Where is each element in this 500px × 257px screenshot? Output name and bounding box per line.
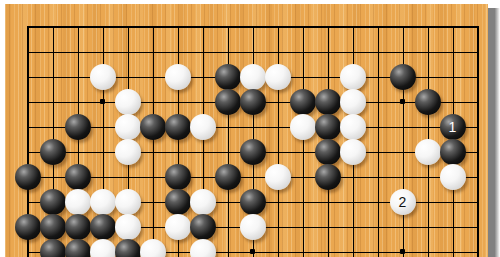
black-stone-C10	[65, 239, 91, 257]
intersection-Q12: 2	[390, 189, 415, 214]
intersection-J16	[215, 89, 240, 114]
black-stone-R16	[415, 89, 441, 115]
intersection-C11	[65, 214, 90, 239]
intersection-K14	[240, 139, 265, 164]
intersection-R19	[415, 14, 440, 39]
move-number-label: 2	[399, 195, 407, 209]
white-stone-H10	[190, 239, 216, 257]
intersection-B16	[40, 89, 65, 114]
intersection-A17	[15, 64, 40, 89]
intersection-G14	[165, 139, 190, 164]
intersection-G17	[165, 64, 190, 89]
intersection-L15	[265, 114, 290, 139]
white-stone-E15	[115, 114, 141, 140]
intersection-G18	[165, 39, 190, 64]
intersection-H19	[190, 14, 215, 39]
intersection-O14	[340, 139, 365, 164]
intersection-L10	[265, 239, 290, 257]
black-stone-A11	[15, 214, 41, 240]
star-point-D16	[100, 99, 105, 104]
black-stone-K12	[240, 189, 266, 215]
intersection-C10	[65, 239, 90, 257]
intersection-J15	[215, 114, 240, 139]
intersection-M11	[290, 214, 315, 239]
intersection-J13	[215, 164, 240, 189]
white-stone-G11	[165, 214, 191, 240]
white-stone-Q12-move-2: 2	[390, 189, 416, 215]
white-stone-S13	[440, 164, 466, 190]
white-stone-D12	[90, 189, 116, 215]
intersection-T12	[465, 189, 490, 214]
white-stone-E12	[115, 189, 141, 215]
white-stone-E16	[115, 89, 141, 115]
intersection-T15	[465, 114, 490, 139]
white-stone-O17	[340, 64, 366, 90]
intersection-A13	[15, 164, 40, 189]
star-point-Q16	[400, 99, 405, 104]
intersection-G15	[165, 114, 190, 139]
move-number-label: 1	[449, 120, 457, 134]
intersection-C15	[65, 114, 90, 139]
black-stone-B11	[40, 214, 66, 240]
intersection-O11	[340, 214, 365, 239]
intersection-D16	[90, 89, 115, 114]
intersection-T19	[465, 14, 490, 39]
intersection-O18	[340, 39, 365, 64]
intersection-H15	[190, 114, 215, 139]
intersection-K12	[240, 189, 265, 214]
intersection-J10	[215, 239, 240, 257]
intersection-D13	[90, 164, 115, 189]
intersection-R16	[415, 89, 440, 114]
intersection-R10	[415, 239, 440, 257]
intersection-H11	[190, 214, 215, 239]
black-stone-N13	[315, 164, 341, 190]
intersection-J11	[215, 214, 240, 239]
intersection-A15	[15, 114, 40, 139]
intersection-K17	[240, 64, 265, 89]
intersection-S13	[440, 164, 465, 189]
intersection-J17	[215, 64, 240, 89]
intersection-E17	[115, 64, 140, 89]
intersection-A10	[15, 239, 40, 257]
intersection-K11	[240, 214, 265, 239]
intersection-B10	[40, 239, 65, 257]
black-stone-E10	[115, 239, 141, 257]
intersection-R11	[415, 214, 440, 239]
intersection-O16	[340, 89, 365, 114]
intersection-C17	[65, 64, 90, 89]
black-stone-M16	[290, 89, 316, 115]
intersection-L18	[265, 39, 290, 64]
intersection-G11	[165, 214, 190, 239]
intersection-D14	[90, 139, 115, 164]
white-stone-L17	[265, 64, 291, 90]
intersection-Q16	[390, 89, 415, 114]
intersection-B17	[40, 64, 65, 89]
black-stone-N14	[315, 139, 341, 165]
black-stone-C15	[65, 114, 91, 140]
white-stone-L13	[265, 164, 291, 190]
intersection-H14	[190, 139, 215, 164]
intersection-R17	[415, 64, 440, 89]
intersection-M15	[290, 114, 315, 139]
intersection-T17	[465, 64, 490, 89]
intersection-A16	[15, 89, 40, 114]
intersection-C13	[65, 164, 90, 189]
intersection-S14	[440, 139, 465, 164]
intersection-Q19	[390, 14, 415, 39]
intersection-D10	[90, 239, 115, 257]
intersection-K19	[240, 14, 265, 39]
intersection-D11	[90, 214, 115, 239]
intersection-P15	[365, 114, 390, 139]
intersection-P18	[365, 39, 390, 64]
black-stone-K14	[240, 139, 266, 165]
intersection-D17	[90, 64, 115, 89]
intersection-D19	[90, 14, 115, 39]
intersection-E18	[115, 39, 140, 64]
go-board: 12	[5, 4, 488, 257]
intersection-N19	[315, 14, 340, 39]
intersection-K16	[240, 89, 265, 114]
white-stone-O15	[340, 114, 366, 140]
intersection-H17	[190, 64, 215, 89]
star-point-Q10	[400, 249, 405, 254]
black-stone-S15-move-1: 1	[440, 114, 466, 140]
intersection-M13	[290, 164, 315, 189]
intersection-M17	[290, 64, 315, 89]
white-stone-R14	[415, 139, 441, 165]
white-stone-C12	[65, 189, 91, 215]
intersection-S15: 1	[440, 114, 465, 139]
intersection-R18	[415, 39, 440, 64]
intersection-G13	[165, 164, 190, 189]
intersection-N11	[315, 214, 340, 239]
black-stone-B14	[40, 139, 66, 165]
black-stone-K16	[240, 89, 266, 115]
intersection-Q13	[390, 164, 415, 189]
intersection-S19	[440, 14, 465, 39]
black-stone-J13	[215, 164, 241, 190]
intersection-Q14	[390, 139, 415, 164]
intersection-E19	[115, 14, 140, 39]
intersection-B14	[40, 139, 65, 164]
intersection-B12	[40, 189, 65, 214]
black-stone-G13	[165, 164, 191, 190]
black-stone-S14	[440, 139, 466, 165]
intersection-P16	[365, 89, 390, 114]
intersection-P10	[365, 239, 390, 257]
white-stone-O14	[340, 139, 366, 165]
intersection-F14	[140, 139, 165, 164]
intersection-J14	[215, 139, 240, 164]
intersection-C16	[65, 89, 90, 114]
white-stone-H15	[190, 114, 216, 140]
intersection-P17	[365, 64, 390, 89]
intersection-H18	[190, 39, 215, 64]
intersection-K13	[240, 164, 265, 189]
intersection-Q15	[390, 114, 415, 139]
star-point-K10	[250, 249, 255, 254]
intersection-A14	[15, 139, 40, 164]
intersection-B18	[40, 39, 65, 64]
intersection-Q10	[390, 239, 415, 257]
intersection-B15	[40, 114, 65, 139]
intersection-E10	[115, 239, 140, 257]
intersection-S10	[440, 239, 465, 257]
intersection-L12	[265, 189, 290, 214]
intersection-P19	[365, 14, 390, 39]
intersection-H13	[190, 164, 215, 189]
intersection-T18	[465, 39, 490, 64]
intersection-M14	[290, 139, 315, 164]
intersection-P14	[365, 139, 390, 164]
black-stone-D11	[90, 214, 116, 240]
black-stone-N15	[315, 114, 341, 140]
intersection-K15	[240, 114, 265, 139]
black-stone-F15	[140, 114, 166, 140]
intersection-grid: 12	[15, 14, 490, 257]
intersection-N10	[315, 239, 340, 257]
white-stone-E14	[115, 139, 141, 165]
intersection-E16	[115, 89, 140, 114]
intersection-F11	[140, 214, 165, 239]
intersection-H10	[190, 239, 215, 257]
white-stone-G17	[165, 64, 191, 90]
intersection-F17	[140, 64, 165, 89]
intersection-L14	[265, 139, 290, 164]
intersection-B19	[40, 14, 65, 39]
black-stone-Q17	[390, 64, 416, 90]
intersection-Q17	[390, 64, 415, 89]
intersection-H12	[190, 189, 215, 214]
intersection-A12	[15, 189, 40, 214]
intersection-O19	[340, 14, 365, 39]
intersection-F10	[140, 239, 165, 257]
intersection-A18	[15, 39, 40, 64]
intersection-M12	[290, 189, 315, 214]
intersection-R15	[415, 114, 440, 139]
intersection-T14	[465, 139, 490, 164]
intersection-F18	[140, 39, 165, 64]
intersection-L11	[265, 214, 290, 239]
intersection-O13	[340, 164, 365, 189]
intersection-G19	[165, 14, 190, 39]
black-stone-J16	[215, 89, 241, 115]
intersection-N13	[315, 164, 340, 189]
black-stone-J17	[215, 64, 241, 90]
white-stone-K17	[240, 64, 266, 90]
intersection-B13	[40, 164, 65, 189]
white-stone-D10	[90, 239, 116, 257]
intersection-S17	[440, 64, 465, 89]
intersection-S16	[440, 89, 465, 114]
intersection-B11	[40, 214, 65, 239]
intersection-P11	[365, 214, 390, 239]
intersection-M10	[290, 239, 315, 257]
black-stone-G12	[165, 189, 191, 215]
white-stone-H12	[190, 189, 216, 215]
intersection-F13	[140, 164, 165, 189]
intersection-R12	[415, 189, 440, 214]
white-stone-E11	[115, 214, 141, 240]
intersection-O15	[340, 114, 365, 139]
white-stone-F10	[140, 239, 166, 257]
white-stone-M15	[290, 114, 316, 140]
intersection-P13	[365, 164, 390, 189]
intersection-N12	[315, 189, 340, 214]
intersection-F12	[140, 189, 165, 214]
intersection-N15	[315, 114, 340, 139]
intersection-K10	[240, 239, 265, 257]
intersection-O17	[340, 64, 365, 89]
intersection-N14	[315, 139, 340, 164]
intersection-C14	[65, 139, 90, 164]
intersection-A19	[15, 14, 40, 39]
intersection-N17	[315, 64, 340, 89]
intersection-D15	[90, 114, 115, 139]
intersection-C12	[65, 189, 90, 214]
board-image-drop-shadow	[488, 8, 500, 257]
intersection-E12	[115, 189, 140, 214]
black-stone-H11	[190, 214, 216, 240]
intersection-C19	[65, 14, 90, 39]
black-stone-N16	[315, 89, 341, 115]
intersection-E15	[115, 114, 140, 139]
black-stone-C13	[65, 164, 91, 190]
intersection-G10	[165, 239, 190, 257]
black-stone-B12	[40, 189, 66, 215]
intersection-N18	[315, 39, 340, 64]
intersection-F19	[140, 14, 165, 39]
intersection-Q11	[390, 214, 415, 239]
go-diagram-screenshot: 12	[0, 0, 500, 257]
intersection-R14	[415, 139, 440, 164]
intersection-T13	[465, 164, 490, 189]
intersection-H16	[190, 89, 215, 114]
black-stone-A13	[15, 164, 41, 190]
intersection-N16	[315, 89, 340, 114]
black-stone-G15	[165, 114, 191, 140]
black-stone-B10	[40, 239, 66, 257]
intersection-L17	[265, 64, 290, 89]
intersection-J12	[215, 189, 240, 214]
white-stone-O16	[340, 89, 366, 115]
intersection-E14	[115, 139, 140, 164]
intersection-S18	[440, 39, 465, 64]
intersection-F15	[140, 114, 165, 139]
black-stone-C11	[65, 214, 91, 240]
intersection-S12	[440, 189, 465, 214]
intersection-A11	[15, 214, 40, 239]
intersection-T11	[465, 214, 490, 239]
intersection-L19	[265, 14, 290, 39]
intersection-E13	[115, 164, 140, 189]
intersection-J18	[215, 39, 240, 64]
intersection-M18	[290, 39, 315, 64]
intersection-M16	[290, 89, 315, 114]
intersection-G12	[165, 189, 190, 214]
intersection-O10	[340, 239, 365, 257]
intersection-O12	[340, 189, 365, 214]
intersection-J19	[215, 14, 240, 39]
intersection-E11	[115, 214, 140, 239]
white-stone-D17	[90, 64, 116, 90]
intersection-D18	[90, 39, 115, 64]
intersection-C18	[65, 39, 90, 64]
intersection-M19	[290, 14, 315, 39]
intersection-Q18	[390, 39, 415, 64]
intersection-F16	[140, 89, 165, 114]
intersection-T10	[465, 239, 490, 257]
intersection-S11	[440, 214, 465, 239]
intersection-L16	[265, 89, 290, 114]
intersection-D12	[90, 189, 115, 214]
intersection-P12	[365, 189, 390, 214]
white-stone-K11	[240, 214, 266, 240]
intersection-G16	[165, 89, 190, 114]
intersection-R13	[415, 164, 440, 189]
intersection-T16	[465, 89, 490, 114]
intersection-L13	[265, 164, 290, 189]
intersection-K18	[240, 39, 265, 64]
